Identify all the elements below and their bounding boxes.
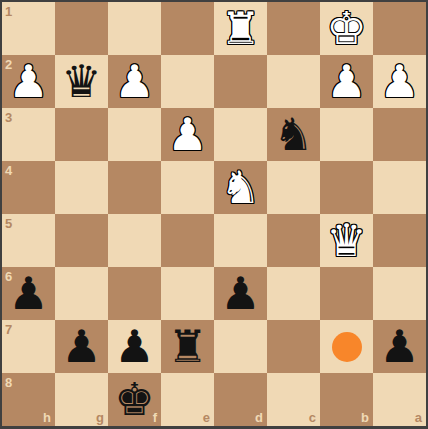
piece-black-queen-g2[interactable]: ♛ (61, 59, 101, 104)
square-d2[interactable] (214, 55, 267, 108)
square-d6[interactable]: ♟ (214, 267, 267, 320)
square-b2[interactable]: ♟ (320, 55, 373, 108)
square-b6[interactable] (320, 267, 373, 320)
square-d3[interactable] (214, 108, 267, 161)
square-b8[interactable]: b (320, 373, 373, 426)
piece-black-pawn-d6[interactable]: ♟ (220, 271, 260, 316)
square-d7[interactable] (214, 320, 267, 373)
square-a6[interactable] (373, 267, 426, 320)
square-c2[interactable] (267, 55, 320, 108)
chess-board: 1♜♚2♟♛♟♟♟3♟♞4♞5♛6♟♟7♟♟♜♟8hgf♚edcba (2, 2, 426, 426)
square-a2[interactable]: ♟ (373, 55, 426, 108)
piece-black-pawn-h6[interactable]: ♟ (8, 271, 48, 316)
rank-label-5: 5 (5, 216, 12, 231)
square-e3[interactable]: ♟ (161, 108, 214, 161)
square-b4[interactable] (320, 161, 373, 214)
square-f3[interactable] (108, 108, 161, 161)
square-e2[interactable] (161, 55, 214, 108)
piece-white-pawn-h2[interactable]: ♟ (8, 59, 48, 104)
file-label-g: g (96, 410, 104, 425)
rank-label-3: 3 (5, 110, 12, 125)
square-a7[interactable]: ♟ (373, 320, 426, 373)
square-h6[interactable]: 6♟ (2, 267, 55, 320)
square-g8[interactable]: g (55, 373, 108, 426)
piece-white-queen-b5[interactable]: ♛ (326, 218, 366, 263)
square-c5[interactable] (267, 214, 320, 267)
square-d8[interactable]: d (214, 373, 267, 426)
rank-label-1: 1 (5, 4, 12, 19)
square-f2[interactable]: ♟ (108, 55, 161, 108)
square-c8[interactable]: c (267, 373, 320, 426)
piece-white-knight-d4[interactable]: ♞ (220, 165, 260, 210)
piece-white-pawn-f2[interactable]: ♟ (114, 59, 154, 104)
square-h8[interactable]: 8h (2, 373, 55, 426)
piece-black-pawn-a7[interactable]: ♟ (379, 324, 419, 369)
square-h5[interactable]: 5 (2, 214, 55, 267)
square-a4[interactable] (373, 161, 426, 214)
piece-black-king-f8[interactable]: ♚ (114, 377, 154, 422)
file-label-b: b (361, 410, 369, 425)
square-d5[interactable] (214, 214, 267, 267)
square-f1[interactable] (108, 2, 161, 55)
square-h1[interactable]: 1 (2, 2, 55, 55)
square-d4[interactable]: ♞ (214, 161, 267, 214)
square-h7[interactable]: 7 (2, 320, 55, 373)
piece-black-pawn-f7[interactable]: ♟ (114, 324, 154, 369)
square-b3[interactable] (320, 108, 373, 161)
square-e5[interactable] (161, 214, 214, 267)
square-g3[interactable] (55, 108, 108, 161)
square-e6[interactable] (161, 267, 214, 320)
square-f5[interactable] (108, 214, 161, 267)
square-h4[interactable]: 4 (2, 161, 55, 214)
square-g6[interactable] (55, 267, 108, 320)
square-a3[interactable] (373, 108, 426, 161)
board-frame: 1♜♚2♟♛♟♟♟3♟♞4♞5♛6♟♟7♟♟♜♟8hgf♚edcba (0, 0, 428, 429)
square-e4[interactable] (161, 161, 214, 214)
square-c3[interactable]: ♞ (267, 108, 320, 161)
square-h2[interactable]: 2♟ (2, 55, 55, 108)
piece-white-pawn-b2[interactable]: ♟ (326, 59, 366, 104)
piece-white-pawn-a2[interactable]: ♟ (379, 59, 419, 104)
square-f8[interactable]: f♚ (108, 373, 161, 426)
square-c4[interactable] (267, 161, 320, 214)
square-g5[interactable] (55, 214, 108, 267)
square-d1[interactable]: ♜ (214, 2, 267, 55)
square-b5[interactable]: ♛ (320, 214, 373, 267)
square-a5[interactable] (373, 214, 426, 267)
square-g7[interactable]: ♟ (55, 320, 108, 373)
square-a1[interactable] (373, 2, 426, 55)
square-e8[interactable]: e (161, 373, 214, 426)
file-label-e: e (203, 410, 210, 425)
piece-black-knight-c3[interactable]: ♞ (273, 112, 313, 157)
file-label-c: c (309, 410, 316, 425)
square-g4[interactable] (55, 161, 108, 214)
piece-black-pawn-g7[interactable]: ♟ (61, 324, 101, 369)
square-b1[interactable]: ♚ (320, 2, 373, 55)
square-e7[interactable]: ♜ (161, 320, 214, 373)
square-h3[interactable]: 3 (2, 108, 55, 161)
square-a8[interactable]: a (373, 373, 426, 426)
square-g2[interactable]: ♛ (55, 55, 108, 108)
file-label-h: h (43, 410, 51, 425)
rank-label-7: 7 (5, 322, 12, 337)
square-e1[interactable] (161, 2, 214, 55)
annotation-dot-b7 (332, 332, 362, 362)
piece-black-rook-e7[interactable]: ♜ (167, 324, 207, 369)
square-f4[interactable] (108, 161, 161, 214)
square-f7[interactable]: ♟ (108, 320, 161, 373)
square-c1[interactable] (267, 2, 320, 55)
file-label-a: a (415, 410, 422, 425)
square-g1[interactable] (55, 2, 108, 55)
square-c7[interactable] (267, 320, 320, 373)
piece-white-rook-d1[interactable]: ♜ (220, 6, 260, 51)
piece-white-pawn-e3[interactable]: ♟ (167, 112, 207, 157)
square-c6[interactable] (267, 267, 320, 320)
file-label-d: d (255, 410, 263, 425)
square-b7[interactable] (320, 320, 373, 373)
rank-label-8: 8 (5, 375, 12, 390)
piece-white-king-b1[interactable]: ♚ (326, 6, 366, 51)
rank-label-4: 4 (5, 163, 12, 178)
square-f6[interactable] (108, 267, 161, 320)
